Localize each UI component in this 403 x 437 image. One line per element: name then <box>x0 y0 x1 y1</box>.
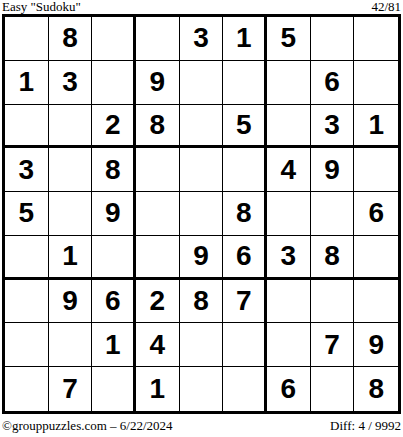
cell-r7c7[interactable] <box>267 280 311 324</box>
cell-r1c1[interactable] <box>5 17 49 61</box>
cell-r6c9[interactable] <box>354 236 398 280</box>
header: Easy "Sudoku" 42/81 <box>2 0 401 14</box>
cell-r5c4[interactable] <box>136 192 180 236</box>
cell-r1c6[interactable]: 1 <box>223 17 267 61</box>
sudoku-page: Easy "Sudoku" 42/81 83151396285313849598… <box>0 0 403 437</box>
cell-r5c3[interactable]: 9 <box>92 192 136 236</box>
cell-r9c3[interactable] <box>92 367 136 411</box>
cell-r2c7[interactable] <box>267 61 311 105</box>
cell-r7c3[interactable]: 6 <box>92 280 136 324</box>
cell-r3c4[interactable]: 8 <box>136 105 180 149</box>
cell-r9c1[interactable] <box>5 367 49 411</box>
cell-r4c4[interactable] <box>136 148 180 192</box>
cell-r7c9[interactable] <box>354 280 398 324</box>
cell-r4c3[interactable]: 8 <box>92 148 136 192</box>
cell-r8c2[interactable] <box>49 323 93 367</box>
footer: ©grouppuzzles.com – 6/22/2024 Diff: 4 / … <box>2 419 401 433</box>
cell-r6c4[interactable] <box>136 236 180 280</box>
cell-r9c8[interactable] <box>311 367 355 411</box>
cell-r6c1[interactable] <box>5 236 49 280</box>
cell-r3c6[interactable]: 5 <box>223 105 267 149</box>
cell-r8c5[interactable] <box>180 323 224 367</box>
cell-r2c6[interactable] <box>223 61 267 105</box>
cell-r2c3[interactable] <box>92 61 136 105</box>
cell-r1c9[interactable] <box>354 17 398 61</box>
cell-r4c9[interactable] <box>354 148 398 192</box>
cell-r7c1[interactable] <box>5 280 49 324</box>
cell-r3c2[interactable] <box>49 105 93 149</box>
cell-r9c2[interactable]: 7 <box>49 367 93 411</box>
cell-r2c4[interactable]: 9 <box>136 61 180 105</box>
cell-r2c1[interactable]: 1 <box>5 61 49 105</box>
cell-r1c4[interactable] <box>136 17 180 61</box>
cell-r5c2[interactable] <box>49 192 93 236</box>
cell-r1c7[interactable]: 5 <box>267 17 311 61</box>
cell-r5c7[interactable] <box>267 192 311 236</box>
cell-r2c9[interactable] <box>354 61 398 105</box>
cell-r9c4[interactable]: 1 <box>136 367 180 411</box>
cell-r3c8[interactable]: 3 <box>311 105 355 149</box>
cell-r8c8[interactable]: 7 <box>311 323 355 367</box>
cell-r6c6[interactable]: 6 <box>223 236 267 280</box>
cell-r4c5[interactable] <box>180 148 224 192</box>
puzzle-counter: 42/81 <box>371 0 401 13</box>
cell-r1c3[interactable] <box>92 17 136 61</box>
cell-r2c2[interactable]: 3 <box>49 61 93 105</box>
cell-r2c8[interactable]: 6 <box>311 61 355 105</box>
copyright-text: ©grouppuzzles.com – 6/22/2024 <box>2 419 173 433</box>
cell-r5c8[interactable] <box>311 192 355 236</box>
page-title: Easy "Sudoku" <box>2 0 81 13</box>
cell-r4c1[interactable]: 3 <box>5 148 49 192</box>
cell-r5c6[interactable]: 8 <box>223 192 267 236</box>
cell-r1c5[interactable]: 3 <box>180 17 224 61</box>
cell-r4c8[interactable]: 9 <box>311 148 355 192</box>
cell-r5c5[interactable] <box>180 192 224 236</box>
cell-r6c5[interactable]: 9 <box>180 236 224 280</box>
cell-r9c9[interactable]: 8 <box>354 367 398 411</box>
cell-r8c1[interactable] <box>5 323 49 367</box>
cell-r3c1[interactable] <box>5 105 49 149</box>
cell-r1c8[interactable] <box>311 17 355 61</box>
cell-r8c3[interactable]: 1 <box>92 323 136 367</box>
cell-r8c4[interactable]: 4 <box>136 323 180 367</box>
cell-r7c2[interactable]: 9 <box>49 280 93 324</box>
cell-r3c7[interactable] <box>267 105 311 149</box>
cell-r7c6[interactable]: 7 <box>223 280 267 324</box>
sudoku-board: 831513962853138495986196389628714797168 <box>2 14 401 414</box>
cell-r3c5[interactable] <box>180 105 224 149</box>
cell-r8c7[interactable] <box>267 323 311 367</box>
cell-r9c7[interactable]: 6 <box>267 367 311 411</box>
cell-r5c1[interactable]: 5 <box>5 192 49 236</box>
cell-r5c9[interactable]: 6 <box>354 192 398 236</box>
cell-r4c6[interactable] <box>223 148 267 192</box>
cell-r8c9[interactable]: 9 <box>354 323 398 367</box>
cell-r6c8[interactable]: 8 <box>311 236 355 280</box>
cell-r7c8[interactable] <box>311 280 355 324</box>
cell-r6c3[interactable] <box>92 236 136 280</box>
cell-r4c7[interactable]: 4 <box>267 148 311 192</box>
cell-r3c9[interactable]: 1 <box>354 105 398 149</box>
cell-r1c2[interactable]: 8 <box>49 17 93 61</box>
cell-r7c5[interactable]: 8 <box>180 280 224 324</box>
cell-r2c5[interactable] <box>180 61 224 105</box>
cell-r8c6[interactable] <box>223 323 267 367</box>
cell-r4c2[interactable] <box>49 148 93 192</box>
cell-r3c3[interactable]: 2 <box>92 105 136 149</box>
cell-r9c5[interactable] <box>180 367 224 411</box>
cell-r6c7[interactable]: 3 <box>267 236 311 280</box>
cell-r7c4[interactable]: 2 <box>136 280 180 324</box>
difficulty-text: Diff: 4 / 9992 <box>330 419 401 433</box>
cell-r6c2[interactable]: 1 <box>49 236 93 280</box>
cell-r9c6[interactable] <box>223 367 267 411</box>
